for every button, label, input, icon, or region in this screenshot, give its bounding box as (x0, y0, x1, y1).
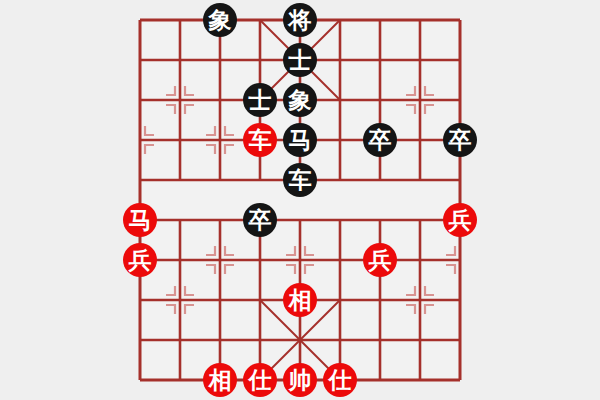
piece-glyph: 马 (289, 129, 312, 152)
piece-glyph: 士 (249, 89, 272, 112)
board-point-8-4[interactable] (400, 160, 440, 200)
board-point-7-0[interactable] (360, 0, 400, 40)
piece-glyph: 将 (289, 9, 312, 32)
piece-glyph: 帅 (289, 369, 312, 392)
board-point-7-7[interactable] (360, 280, 400, 320)
piece-red-elephant[interactable]: 相 (203, 363, 237, 397)
board-point-9-8[interactable] (440, 320, 480, 360)
piece-glyph: 车 (249, 129, 272, 152)
board-point-6-7[interactable] (320, 280, 360, 320)
piece-glyph: 兵 (369, 249, 392, 272)
piece-red-elephant[interactable]: 相 (283, 283, 317, 317)
board-point-2-3[interactable] (160, 120, 200, 160)
board-point-4-0[interactable] (240, 0, 280, 40)
piece-red-advisor[interactable]: 仕 (243, 363, 277, 397)
board-point-6-6[interactable] (320, 240, 360, 280)
board-point-6-3[interactable] (320, 120, 360, 160)
piece-glyph: 兵 (129, 249, 152, 272)
board-point-2-4[interactable] (160, 160, 200, 200)
piece-black-general[interactable]: 将 (283, 3, 317, 37)
board-point-5-8[interactable] (280, 320, 320, 360)
board-point-7-9[interactable] (360, 360, 400, 400)
board-point-8-2[interactable] (400, 80, 440, 120)
board-point-4-7[interactable] (240, 280, 280, 320)
board-point-3-4[interactable] (200, 160, 240, 200)
board-point-6-4[interactable] (320, 160, 360, 200)
board-point-2-1[interactable] (160, 40, 200, 80)
board-point-1-1[interactable] (120, 40, 160, 80)
piece-black-elephant[interactable]: 象 (283, 83, 317, 117)
board-point-8-5[interactable] (400, 200, 440, 240)
board-point-8-6[interactable] (400, 240, 440, 280)
board-point-2-6[interactable] (160, 240, 200, 280)
piece-glyph: 兵 (449, 209, 472, 232)
board-point-9-7[interactable] (440, 280, 480, 320)
piece-black-pawn[interactable]: 卒 (443, 123, 477, 157)
piece-red-general[interactable]: 帅 (283, 363, 317, 397)
board-point-9-6[interactable] (440, 240, 480, 280)
board-point-1-9[interactable] (120, 360, 160, 400)
piece-black-pawn[interactable]: 卒 (243, 203, 277, 237)
board-point-3-1[interactable] (200, 40, 240, 80)
board-point-7-5[interactable] (360, 200, 400, 240)
board-point-3-7[interactable] (200, 280, 240, 320)
board-point-8-9[interactable] (400, 360, 440, 400)
board-point-9-1[interactable] (440, 40, 480, 80)
piece-glyph: 象 (289, 89, 312, 112)
board-point-8-7[interactable] (400, 280, 440, 320)
board-point-2-0[interactable] (160, 0, 200, 40)
piece-glyph: 仕 (249, 369, 272, 392)
piece-glyph: 卒 (369, 129, 392, 152)
piece-red-horse[interactable]: 马 (123, 203, 157, 237)
board-point-8-8[interactable] (400, 320, 440, 360)
xiangqi-app-screen: 象将士士象车马卒卒车马卒兵兵兵相相仕帅仕 (0, 0, 600, 400)
board-point-9-2[interactable] (440, 80, 480, 120)
board-point-9-0[interactable] (440, 0, 480, 40)
board-point-8-0[interactable] (400, 0, 440, 40)
piece-black-horse[interactable]: 马 (283, 123, 317, 157)
pieces-layer: 象将士士象车马卒卒车马卒兵兵兵相相仕帅仕 (120, 0, 480, 400)
board-point-9-9[interactable] (440, 360, 480, 400)
piece-red-pawn[interactable]: 兵 (363, 243, 397, 277)
piece-glyph: 象 (209, 9, 232, 32)
board-point-2-9[interactable] (160, 360, 200, 400)
board-point-7-2[interactable] (360, 80, 400, 120)
board-point-1-2[interactable] (120, 80, 160, 120)
piece-black-pawn[interactable]: 卒 (363, 123, 397, 157)
piece-red-pawn[interactable]: 兵 (443, 203, 477, 237)
board-point-6-1[interactable] (320, 40, 360, 80)
board-point-3-6[interactable] (200, 240, 240, 280)
piece-black-elephant[interactable]: 象 (203, 3, 237, 37)
piece-glyph: 士 (289, 49, 312, 72)
board-point-1-8[interactable] (120, 320, 160, 360)
board-point-4-4[interactable] (240, 160, 280, 200)
board-point-4-6[interactable] (240, 240, 280, 280)
board-point-1-0[interactable] (120, 0, 160, 40)
board-point-3-5[interactable] (200, 200, 240, 240)
board-point-6-2[interactable] (320, 80, 360, 120)
board-point-3-2[interactable] (200, 80, 240, 120)
board-point-4-1[interactable] (240, 40, 280, 80)
board-point-7-8[interactable] (360, 320, 400, 360)
board-point-3-3[interactable] (200, 120, 240, 160)
piece-glyph: 仕 (329, 369, 352, 392)
board-point-7-1[interactable] (360, 40, 400, 80)
board-point-6-8[interactable] (320, 320, 360, 360)
piece-glyph: 马 (129, 209, 152, 232)
board-point-3-8[interactable] (200, 320, 240, 360)
board-point-2-8[interactable] (160, 320, 200, 360)
piece-black-advisor[interactable]: 士 (283, 43, 317, 77)
board-point-2-5[interactable] (160, 200, 200, 240)
board-point-1-4[interactable] (120, 160, 160, 200)
piece-red-chariot[interactable]: 车 (243, 123, 277, 157)
board-point-9-4[interactable] (440, 160, 480, 200)
board-point-8-1[interactable] (400, 40, 440, 80)
board-point-6-5[interactable] (320, 200, 360, 240)
board-point-2-7[interactable] (160, 280, 200, 320)
board-point-2-2[interactable] (160, 80, 200, 120)
piece-glyph: 相 (289, 289, 312, 312)
piece-glyph: 相 (209, 369, 232, 392)
piece-glyph: 卒 (449, 129, 472, 152)
board-point-4-8[interactable] (240, 320, 280, 360)
board-point-5-5[interactable] (280, 200, 320, 240)
piece-black-chariot[interactable]: 车 (283, 163, 317, 197)
piece-red-pawn[interactable]: 兵 (123, 243, 157, 277)
piece-glyph: 卒 (249, 209, 272, 232)
piece-red-advisor[interactable]: 仕 (323, 363, 357, 397)
piece-black-advisor[interactable]: 士 (243, 83, 277, 117)
board-point-5-6[interactable] (280, 240, 320, 280)
piece-glyph: 车 (289, 169, 312, 192)
board-point-6-0[interactable] (320, 0, 360, 40)
board-point-8-3[interactable] (400, 120, 440, 160)
board-point-1-3[interactable] (120, 120, 160, 160)
board-point-1-7[interactable] (120, 280, 160, 320)
board-point-7-4[interactable] (360, 160, 400, 200)
